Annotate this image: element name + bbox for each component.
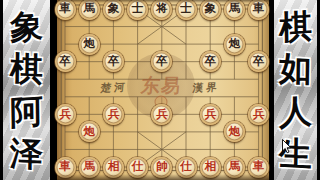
piece-label: 卒 — [253, 56, 265, 68]
piece-label: 兵 — [204, 109, 216, 121]
piece-red-advisor[interactable]: 仕 — [127, 157, 148, 178]
piece-label: 馬 — [83, 4, 95, 15]
piece-label: 仕 — [180, 162, 192, 174]
piece-red-soldier[interactable]: 兵 — [200, 104, 221, 125]
piece-label: 車 — [59, 162, 71, 174]
piece-label: 卒 — [156, 56, 168, 68]
piece-red-horse[interactable]: 馬 — [79, 157, 100, 178]
piece-black-advisor[interactable]: 士 — [176, 0, 197, 20]
piece-label: 卒 — [204, 56, 216, 68]
piece-black-soldier[interactable]: 卒 — [103, 51, 124, 72]
piece-label: 士 — [132, 4, 144, 15]
piece-red-chariot[interactable]: 車 — [55, 157, 76, 178]
calligraphy-char: 人 — [279, 94, 312, 129]
piece-label: 象 — [204, 4, 216, 15]
piece-label: 士 — [180, 4, 192, 15]
piece-red-soldier[interactable]: 兵 — [151, 104, 172, 125]
piece-label: 炮 — [229, 39, 241, 51]
piece-red-soldier[interactable]: 兵 — [248, 104, 269, 125]
calligraphy-char: 象 — [10, 8, 43, 43]
piece-red-elephant[interactable]: 相 — [200, 157, 221, 178]
piece-label: 炮 — [229, 126, 241, 138]
piece-label: 相 — [108, 162, 120, 174]
xiangqi-board[interactable]: 楚河 漢界 东易 車馬象士将士象馬車炮炮卒卒卒卒卒兵兵兵兵兵炮炮車馬相仕帥仕相馬… — [57, 0, 269, 180]
piece-black-cannon[interactable]: 炮 — [224, 34, 245, 55]
piece-red-cannon[interactable]: 炮 — [79, 121, 100, 142]
piece-label: 兵 — [253, 109, 265, 121]
piece-black-general[interactable]: 将 — [151, 0, 172, 20]
calligraphy-char: 泽 — [10, 137, 44, 172]
piece-label: 馬 — [83, 162, 95, 174]
piece-black-soldier[interactable]: 卒 — [200, 51, 221, 72]
piece-red-soldier[interactable]: 兵 — [55, 104, 76, 125]
piece-label: 帥 — [156, 162, 168, 174]
piece-black-elephant[interactable]: 象 — [103, 0, 124, 20]
piece-black-horse[interactable]: 馬 — [224, 0, 245, 20]
piece-black-advisor[interactable]: 士 — [127, 0, 148, 20]
piece-label: 兵 — [59, 109, 71, 121]
right-banner-calligraphy: 棋 如 人 生 — [274, 0, 317, 180]
video-thumbnail: 象 棋 阿 泽 楚河 漢界 东易 車馬象士将士象馬車炮炮卒卒卒卒卒兵兵兵兵兵炮炮… — [0, 0, 320, 180]
piece-black-horse[interactable]: 馬 — [79, 0, 100, 20]
piece-black-soldier[interactable]: 卒 — [55, 51, 76, 72]
piece-red-soldier[interactable]: 兵 — [103, 104, 124, 125]
piece-label: 仕 — [132, 162, 144, 174]
piece-label: 兵 — [108, 109, 120, 121]
piece-label: 相 — [204, 162, 216, 174]
calligraphy-char: 阿 — [10, 94, 43, 129]
piece-label: 卒 — [59, 56, 71, 68]
piece-black-cannon[interactable]: 炮 — [79, 34, 100, 55]
piece-label: 炮 — [83, 39, 95, 51]
mouse-cursor-icon — [282, 139, 292, 154]
piece-label: 馬 — [229, 4, 241, 15]
river-label-chuhe: 楚河 — [100, 81, 129, 96]
calligraphy-char: 棋 — [279, 8, 312, 43]
piece-red-general[interactable]: 帥 — [151, 157, 172, 178]
piece-label: 兵 — [156, 109, 168, 121]
piece-label: 象 — [108, 4, 120, 15]
calligraphy-char: 棋 — [10, 51, 44, 86]
piece-red-advisor[interactable]: 仕 — [176, 157, 197, 178]
piece-black-chariot[interactable]: 車 — [55, 0, 76, 20]
river-label-hanjie: 漢界 — [192, 81, 221, 96]
piece-label: 卒 — [108, 56, 120, 68]
piece-label: 車 — [253, 4, 265, 15]
piece-red-chariot[interactable]: 車 — [248, 157, 269, 178]
piece-black-elephant[interactable]: 象 — [200, 0, 221, 20]
piece-label: 車 — [59, 4, 71, 15]
piece-label: 車 — [253, 162, 265, 174]
piece-label: 馬 — [229, 162, 241, 174]
calligraphy-char: 如 — [279, 51, 313, 86]
piece-red-horse[interactable]: 馬 — [224, 157, 245, 178]
piece-label: 将 — [156, 4, 168, 15]
piece-label: 炮 — [83, 126, 95, 138]
piece-black-chariot[interactable]: 車 — [248, 0, 269, 20]
piece-red-elephant[interactable]: 相 — [103, 157, 124, 178]
left-banner-calligraphy: 象 棋 阿 泽 — [3, 0, 50, 180]
